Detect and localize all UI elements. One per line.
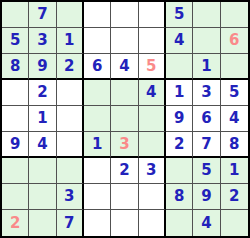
cell-r1c7[interactable]: 5 bbox=[166, 2, 193, 28]
cell-r5c5[interactable] bbox=[111, 106, 138, 132]
cell-r4c1[interactable] bbox=[2, 80, 29, 106]
cell-r8c4[interactable] bbox=[84, 184, 111, 210]
cell-r9c2[interactable] bbox=[29, 210, 56, 236]
cell-r2c4[interactable] bbox=[84, 28, 111, 54]
cell-r5c9[interactable]: 4 bbox=[221, 106, 248, 132]
cell-r9c6[interactable] bbox=[139, 210, 166, 236]
cell-r9c1[interactable]: 2 bbox=[2, 210, 29, 236]
cell-r7c7[interactable] bbox=[166, 158, 193, 184]
cell-r5c7[interactable]: 9 bbox=[166, 106, 193, 132]
cell-r3c5[interactable]: 4 bbox=[111, 54, 138, 80]
cell-r2c7[interactable]: 4 bbox=[166, 28, 193, 54]
cell-r4c6[interactable]: 4 bbox=[139, 80, 166, 106]
cell-r4c5[interactable] bbox=[111, 80, 138, 106]
cell-r9c7[interactable] bbox=[166, 210, 193, 236]
cell-r6c8[interactable]: 7 bbox=[193, 132, 220, 158]
cell-r9c5[interactable] bbox=[111, 210, 138, 236]
cell-r1c4[interactable] bbox=[84, 2, 111, 28]
cell-r5c6[interactable] bbox=[139, 106, 166, 132]
cell-r3c3[interactable]: 2 bbox=[57, 54, 84, 80]
cell-r7c3[interactable] bbox=[57, 158, 84, 184]
cell-r2c9[interactable]: 6 bbox=[221, 28, 248, 54]
sudoku-board: 7553146892645124135196494132782351389227… bbox=[0, 0, 250, 238]
cell-r7c9[interactable]: 1 bbox=[221, 158, 248, 184]
cell-r6c1[interactable]: 9 bbox=[2, 132, 29, 158]
cell-r3c9[interactable] bbox=[221, 54, 248, 80]
cell-r4c4[interactable] bbox=[84, 80, 111, 106]
cell-r3c7[interactable] bbox=[166, 54, 193, 80]
cell-r5c2[interactable]: 1 bbox=[29, 106, 56, 132]
cell-r6c9[interactable]: 8 bbox=[221, 132, 248, 158]
cell-r9c4[interactable] bbox=[84, 210, 111, 236]
cell-r6c4[interactable]: 1 bbox=[84, 132, 111, 158]
cell-r2c2[interactable]: 3 bbox=[29, 28, 56, 54]
cell-r3c6[interactable]: 5 bbox=[139, 54, 166, 80]
cell-r1c9[interactable] bbox=[221, 2, 248, 28]
cell-r1c6[interactable] bbox=[139, 2, 166, 28]
cell-r1c3[interactable] bbox=[57, 2, 84, 28]
cell-r5c8[interactable]: 6 bbox=[193, 106, 220, 132]
cell-r3c1[interactable]: 8 bbox=[2, 54, 29, 80]
cell-r9c8[interactable]: 4 bbox=[193, 210, 220, 236]
cell-r8c1[interactable] bbox=[2, 184, 29, 210]
cell-r7c8[interactable]: 5 bbox=[193, 158, 220, 184]
cell-r8c8[interactable]: 9 bbox=[193, 184, 220, 210]
cell-r1c1[interactable] bbox=[2, 2, 29, 28]
cell-r7c6[interactable]: 3 bbox=[139, 158, 166, 184]
cell-r8c9[interactable]: 2 bbox=[221, 184, 248, 210]
cell-r6c6[interactable] bbox=[139, 132, 166, 158]
cell-r4c7[interactable]: 1 bbox=[166, 80, 193, 106]
cell-r1c5[interactable] bbox=[111, 2, 138, 28]
cell-r6c5[interactable]: 3 bbox=[111, 132, 138, 158]
cell-r8c6[interactable] bbox=[139, 184, 166, 210]
cell-r6c3[interactable] bbox=[57, 132, 84, 158]
cell-r6c2[interactable]: 4 bbox=[29, 132, 56, 158]
cell-r7c5[interactable]: 2 bbox=[111, 158, 138, 184]
cell-r8c5[interactable] bbox=[111, 184, 138, 210]
cell-r4c2[interactable]: 2 bbox=[29, 80, 56, 106]
cell-r8c7[interactable]: 8 bbox=[166, 184, 193, 210]
cell-r3c4[interactable]: 6 bbox=[84, 54, 111, 80]
cell-r4c8[interactable]: 3 bbox=[193, 80, 220, 106]
cell-r2c5[interactable] bbox=[111, 28, 138, 54]
cell-r2c3[interactable]: 1 bbox=[57, 28, 84, 54]
cell-r4c9[interactable]: 5 bbox=[221, 80, 248, 106]
cell-r6c7[interactable]: 2 bbox=[166, 132, 193, 158]
cell-r5c3[interactable] bbox=[57, 106, 84, 132]
cell-r3c2[interactable]: 9 bbox=[29, 54, 56, 80]
cell-r5c1[interactable] bbox=[2, 106, 29, 132]
cell-r8c3[interactable]: 3 bbox=[57, 184, 84, 210]
cell-r9c9[interactable] bbox=[221, 210, 248, 236]
cell-r1c8[interactable] bbox=[193, 2, 220, 28]
cell-r7c2[interactable] bbox=[29, 158, 56, 184]
cell-r2c1[interactable]: 5 bbox=[2, 28, 29, 54]
cell-r4c3[interactable] bbox=[57, 80, 84, 106]
cell-r7c4[interactable] bbox=[84, 158, 111, 184]
cell-r2c8[interactable] bbox=[193, 28, 220, 54]
cell-r2c6[interactable] bbox=[139, 28, 166, 54]
cell-r7c1[interactable] bbox=[2, 158, 29, 184]
cell-r5c4[interactable] bbox=[84, 106, 111, 132]
cell-r9c3[interactable]: 7 bbox=[57, 210, 84, 236]
cell-r3c8[interactable]: 1 bbox=[193, 54, 220, 80]
cell-r8c2[interactable] bbox=[29, 184, 56, 210]
cell-r1c2[interactable]: 7 bbox=[29, 2, 56, 28]
